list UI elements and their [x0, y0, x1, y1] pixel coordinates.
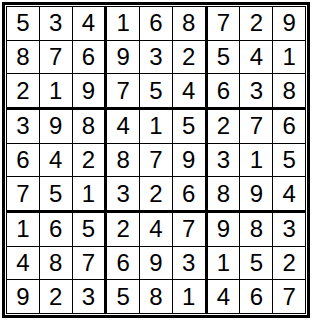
cell-r4c8[interactable]: 7	[240, 110, 272, 143]
cell-r7c3[interactable]: 5	[73, 213, 105, 246]
cell-r1c5[interactable]: 6	[140, 7, 172, 40]
cell-r8c4[interactable]: 6	[107, 247, 139, 280]
cell-r3c8[interactable]: 3	[240, 74, 272, 107]
cell-r2c6[interactable]: 2	[173, 41, 205, 74]
cell-r9c7[interactable]: 4	[208, 280, 240, 313]
sudoku-page: 5341687298769325412197546383984152766428…	[0, 0, 312, 320]
cell-r2c5[interactable]: 3	[140, 41, 172, 74]
cell-r8c3[interactable]: 7	[73, 247, 105, 280]
cell-r1c1[interactable]: 5	[7, 7, 39, 40]
sudoku-board: 5341687298769325412197546383984152766428…	[2, 2, 310, 318]
cell-r5c4[interactable]: 8	[107, 144, 139, 177]
cell-r5c9[interactable]: 5	[273, 144, 305, 177]
cell-r8c1[interactable]: 4	[7, 247, 39, 280]
cell-r5c8[interactable]: 1	[240, 144, 272, 177]
cell-r2c9[interactable]: 1	[273, 41, 305, 74]
cell-r7c4[interactable]: 2	[107, 213, 139, 246]
cell-r2c1[interactable]: 8	[7, 41, 39, 74]
cell-r8c8[interactable]: 5	[240, 247, 272, 280]
cell-r2c8[interactable]: 4	[240, 41, 272, 74]
cell-r6c7[interactable]: 8	[208, 177, 240, 210]
cell-r4c2[interactable]: 9	[40, 110, 72, 143]
cell-r5c5[interactable]: 7	[140, 144, 172, 177]
cell-r7c9[interactable]: 3	[273, 213, 305, 246]
cell-r6c1[interactable]: 7	[7, 177, 39, 210]
cell-r1c4[interactable]: 1	[107, 7, 139, 40]
cell-r8c5[interactable]: 9	[140, 247, 172, 280]
cell-r1c3[interactable]: 4	[73, 7, 105, 40]
cell-r1c6[interactable]: 8	[173, 7, 205, 40]
cell-r6c9[interactable]: 4	[273, 177, 305, 210]
cell-r9c5[interactable]: 8	[140, 280, 172, 313]
cell-r9c3[interactable]: 3	[73, 280, 105, 313]
cell-r5c3[interactable]: 2	[73, 144, 105, 177]
cell-r5c1[interactable]: 6	[7, 144, 39, 177]
cell-r7c2[interactable]: 6	[40, 213, 72, 246]
cell-r2c7[interactable]: 5	[208, 41, 240, 74]
cell-r5c2[interactable]: 4	[40, 144, 72, 177]
cell-r4c3[interactable]: 8	[73, 110, 105, 143]
cell-r8c7[interactable]: 1	[208, 247, 240, 280]
cell-r5c7[interactable]: 3	[208, 144, 240, 177]
cell-r3c5[interactable]: 5	[140, 74, 172, 107]
sudoku-grid: 5341687298769325412197546383984152766428…	[6, 6, 306, 314]
cell-r1c9[interactable]: 9	[273, 7, 305, 40]
cell-r8c2[interactable]: 8	[40, 247, 72, 280]
cell-r7c5[interactable]: 4	[140, 213, 172, 246]
cell-r9c9[interactable]: 7	[273, 280, 305, 313]
cell-r2c4[interactable]: 9	[107, 41, 139, 74]
cell-r3c2[interactable]: 1	[40, 74, 72, 107]
cell-r1c8[interactable]: 2	[240, 7, 272, 40]
cell-r3c9[interactable]: 8	[273, 74, 305, 107]
cell-r3c6[interactable]: 4	[173, 74, 205, 107]
cell-r6c6[interactable]: 6	[173, 177, 205, 210]
cell-r6c2[interactable]: 5	[40, 177, 72, 210]
cell-r6c3[interactable]: 1	[73, 177, 105, 210]
cell-r9c1[interactable]: 9	[7, 280, 39, 313]
cell-r4c1[interactable]: 3	[7, 110, 39, 143]
cell-r7c6[interactable]: 7	[173, 213, 205, 246]
cell-r6c8[interactable]: 9	[240, 177, 272, 210]
cell-r5c6[interactable]: 9	[173, 144, 205, 177]
cell-r6c4[interactable]: 3	[107, 177, 139, 210]
cell-r9c4[interactable]: 5	[107, 280, 139, 313]
cell-r7c8[interactable]: 8	[240, 213, 272, 246]
cell-r7c1[interactable]: 1	[7, 213, 39, 246]
cell-r9c2[interactable]: 2	[40, 280, 72, 313]
cell-r9c6[interactable]: 1	[173, 280, 205, 313]
cell-r8c9[interactable]: 2	[273, 247, 305, 280]
cell-r7c7[interactable]: 9	[208, 213, 240, 246]
cell-r4c7[interactable]: 2	[208, 110, 240, 143]
cell-r1c7[interactable]: 7	[208, 7, 240, 40]
cell-r3c1[interactable]: 2	[7, 74, 39, 107]
cell-r2c2[interactable]: 7	[40, 41, 72, 74]
cell-r4c6[interactable]: 5	[173, 110, 205, 143]
cell-r3c3[interactable]: 9	[73, 74, 105, 107]
cell-r3c4[interactable]: 7	[107, 74, 139, 107]
cell-r9c8[interactable]: 6	[240, 280, 272, 313]
cell-r8c6[interactable]: 3	[173, 247, 205, 280]
cell-r2c3[interactable]: 6	[73, 41, 105, 74]
cell-r4c5[interactable]: 1	[140, 110, 172, 143]
cell-r4c9[interactable]: 6	[273, 110, 305, 143]
cell-r6c5[interactable]: 2	[140, 177, 172, 210]
cell-r4c4[interactable]: 4	[107, 110, 139, 143]
cell-r1c2[interactable]: 3	[40, 7, 72, 40]
cell-r3c7[interactable]: 6	[208, 74, 240, 107]
